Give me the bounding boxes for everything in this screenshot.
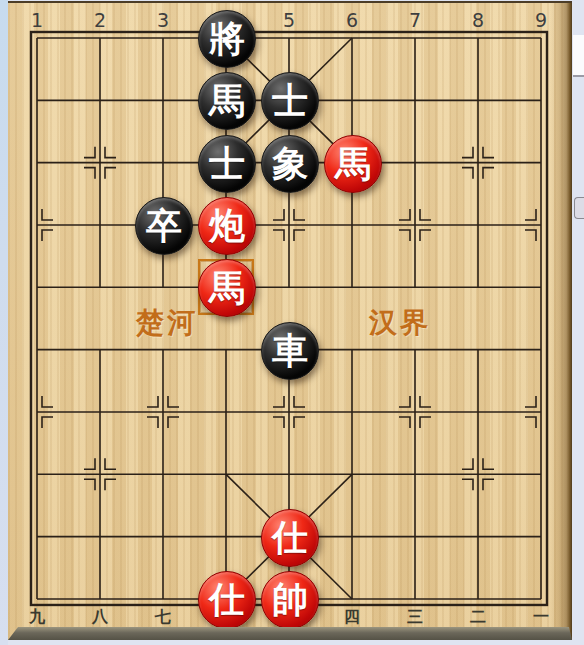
page-background-strip [0,0,8,645]
piece-glyph: 士 [272,83,308,119]
piece-glyph: 車 [272,333,308,369]
file-label-bottom-9: 一 [528,606,554,628]
piece-glyph: 炮 [209,208,245,244]
file-label-bottom-1: 九 [24,606,50,628]
river-label-right: 汉界 [369,304,431,342]
piece-red-advisor[interactable]: 仕 [198,571,256,629]
file-label-top-8: 8 [466,9,490,31]
piece-red-horse[interactable]: 馬 [324,135,382,193]
file-label-bottom-2: 八 [87,606,113,628]
piece-red-horse[interactable]: 馬 [198,259,256,317]
file-label-top-7: 7 [403,9,427,31]
piece-black-general[interactable]: 將 [198,10,256,68]
piece-glyph: 士 [209,146,245,182]
file-label-top-5: 5 [277,9,301,31]
side-button-partial[interactable] [574,197,584,219]
river-label-left: 楚河 [136,304,198,342]
file-label-top-6: 6 [340,9,364,31]
file-label-top-9: 9 [529,9,553,31]
piece-red-cannon[interactable]: 炮 [198,197,256,255]
piece-glyph: 象 [272,146,308,182]
piece-glyph: 馬 [209,270,245,306]
piece-glyph: 馬 [209,83,245,119]
file-label-bottom-8: 二 [465,606,491,628]
file-label-bottom-6: 四 [339,606,365,628]
file-label-bottom-7: 三 [402,606,428,628]
side-panel-edge [573,35,584,77]
piece-black-chariot[interactable]: 車 [261,322,319,380]
file-label-top-1: 1 [25,9,49,31]
piece-black-advisor[interactable]: 士 [198,135,256,193]
file-label-top-3: 3 [151,9,175,31]
piece-red-general[interactable]: 帥 [261,571,319,629]
piece-glyph: 卒 [146,208,182,244]
piece-glyph: 將 [209,21,245,57]
xiangqi-board[interactable]: 123456789 九八七六五四三二一 楚河 汉界 將馬士士象馬卒炮馬車仕仕帥 [8,1,572,640]
piece-black-soldier[interactable]: 卒 [135,197,193,255]
piece-black-elephant[interactable]: 象 [261,135,319,193]
piece-glyph: 馬 [335,146,371,182]
piece-glyph: 仕 [209,582,245,618]
piece-glyph: 帥 [272,582,308,618]
file-label-top-2: 2 [88,9,112,31]
piece-glyph: 仕 [272,520,308,556]
piece-black-advisor[interactable]: 士 [261,72,319,130]
file-label-bottom-3: 七 [150,606,176,628]
piece-red-advisor[interactable]: 仕 [261,509,319,567]
piece-black-horse[interactable]: 馬 [198,72,256,130]
